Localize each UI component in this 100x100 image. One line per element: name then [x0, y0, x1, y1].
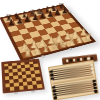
black-pawn: ♟	[7, 18, 15, 26]
black-pawn: ♟	[15, 17, 23, 25]
black-pawn: ♟	[31, 13, 39, 21]
white-checker	[66, 60, 69, 63]
white-knight: ♞	[32, 46, 42, 56]
white-rook: ♜	[23, 48, 33, 58]
white-checker	[91, 67, 94, 70]
black-pawn: ♟	[38, 12, 46, 20]
black-pawn: ♟	[23, 15, 31, 23]
black-checker	[69, 59, 72, 62]
backgammon-surface	[48, 60, 99, 100]
chess-board-frame: ♜♞♝♛♚♝♞♜♟♟♟♟♟♟♟♟♟♟♟♟♟♟♟♟♜♞♝♛♚♝♞♜	[0, 4, 96, 62]
board-hinge-icon	[31, 90, 34, 93]
black-checker	[50, 74, 53, 77]
black-checker	[93, 83, 96, 86]
folded-board-grid	[4, 61, 42, 91]
white-checker	[91, 71, 94, 74]
white-checker	[80, 58, 83, 61]
white-checker	[73, 59, 76, 62]
black-checker	[54, 96, 57, 99]
black-checker	[84, 58, 87, 61]
board-latch-icon	[68, 11, 72, 13]
black-pawn: ♟	[46, 10, 54, 18]
square-a1: ♜	[20, 51, 32, 59]
black-checker	[77, 58, 80, 61]
black-checker	[94, 90, 97, 93]
white-queen: ♛	[50, 42, 59, 51]
white-bishop: ♝	[67, 37, 76, 46]
board-hinge-icon	[15, 92, 18, 95]
white-bishop: ♝	[41, 44, 50, 53]
black-checker	[53, 89, 56, 92]
folded-chess-board	[1, 59, 45, 94]
folded-board-frame	[1, 59, 45, 94]
chess-grid: ♜♞♝♛♚♝♞♜♟♟♟♟♟♟♟♟♟♟♟♟♟♟♟♟♜♞♝♛♚♝♞♜	[3, 6, 92, 59]
white-rook: ♜	[83, 33, 92, 42]
chess-board: ♜♞♝♛♚♝♞♜♟♟♟♟♟♟♟♟♟♟♟♟♟♟♟♟♜♞♝♛♚♝♞♜	[0, 4, 96, 62]
product-photo: ♜♞♝♛♚♝♞♜♟♟♟♟♟♟♟♟♟♟♟♟♟♟♟♟♜♞♝♛♚♝♞♜	[0, 0, 100, 100]
folded-square	[37, 84, 42, 88]
black-pawn: ♟	[60, 7, 68, 15]
backgammon-board	[47, 52, 100, 100]
board-hinge-icon	[69, 48, 73, 50]
square-a7: ♟	[5, 21, 15, 27]
board-hinge-icon	[41, 55, 45, 57]
